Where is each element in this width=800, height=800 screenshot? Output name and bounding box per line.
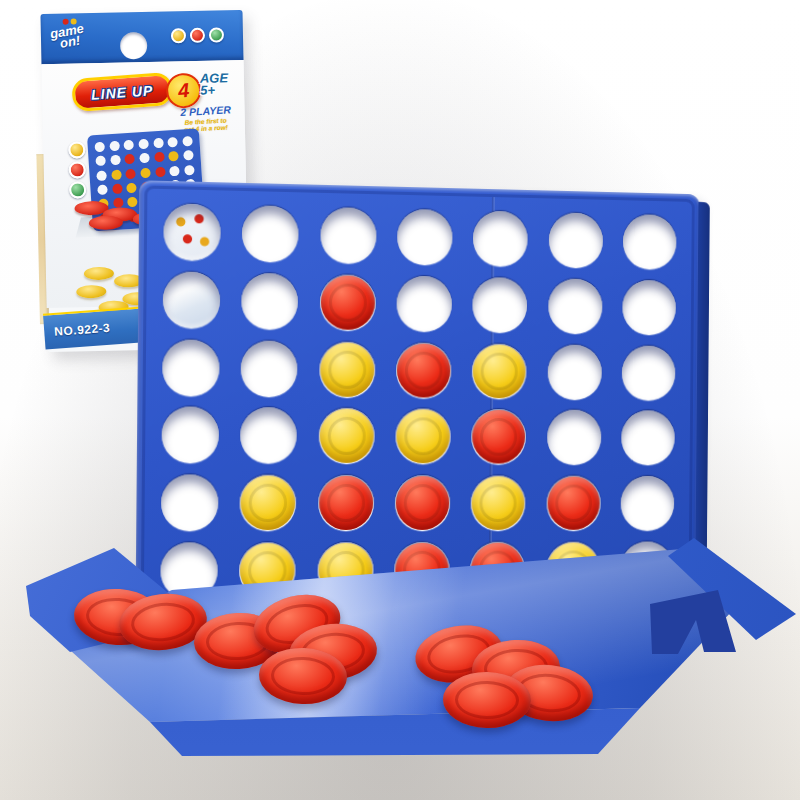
loose-red-disc xyxy=(443,671,532,729)
tray-disc-layer xyxy=(0,0,800,800)
stage: game on! LINE UP 4 AGE 5+ 2 PLAYER Be th… xyxy=(0,0,800,800)
